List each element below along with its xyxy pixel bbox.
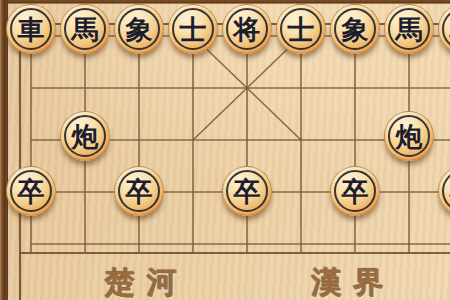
piece-glyph: 馬 [72, 16, 99, 43]
piece-black-general[interactable]: 将 [222, 4, 272, 54]
piece-black-chariot[interactable]: 車 [438, 4, 450, 54]
piece-black-horse[interactable]: 馬 [60, 4, 110, 54]
piece-black-elephant[interactable]: 象 [330, 4, 380, 54]
piece-glyph: 卒 [234, 178, 261, 205]
piece-glyph: 車 [18, 16, 45, 43]
piece-glyph: 将 [234, 16, 261, 43]
pieces-layer: 車馬象士将士象馬車炮炮卒卒卒卒卒 [0, 0, 450, 300]
piece-glyph: 士 [288, 16, 315, 43]
piece-black-advisor[interactable]: 士 [168, 4, 218, 54]
piece-black-elephant[interactable]: 象 [114, 4, 164, 54]
piece-glyph: 馬 [396, 16, 423, 43]
piece-glyph: 象 [126, 16, 153, 43]
piece-black-soldier[interactable]: 卒 [438, 166, 450, 216]
xiangqi-board-screen: 楚河 漢界 車馬象士将士象馬車炮炮卒卒卒卒卒 [0, 0, 450, 300]
piece-black-cannon[interactable]: 炮 [384, 111, 434, 161]
piece-glyph: 卒 [126, 178, 153, 205]
piece-black-soldier[interactable]: 卒 [222, 166, 272, 216]
piece-black-advisor[interactable]: 士 [276, 4, 326, 54]
piece-glyph: 卒 [18, 178, 45, 205]
piece-glyph: 炮 [396, 123, 423, 150]
piece-glyph: 士 [180, 16, 207, 43]
piece-black-soldier[interactable]: 卒 [330, 166, 380, 216]
piece-black-horse[interactable]: 馬 [384, 4, 434, 54]
piece-black-soldier[interactable]: 卒 [114, 166, 164, 216]
piece-black-cannon[interactable]: 炮 [60, 111, 110, 161]
piece-glyph: 卒 [342, 178, 369, 205]
piece-black-soldier[interactable]: 卒 [6, 166, 56, 216]
piece-glyph: 象 [342, 16, 369, 43]
piece-glyph: 炮 [72, 123, 99, 150]
piece-black-chariot[interactable]: 車 [6, 4, 56, 54]
